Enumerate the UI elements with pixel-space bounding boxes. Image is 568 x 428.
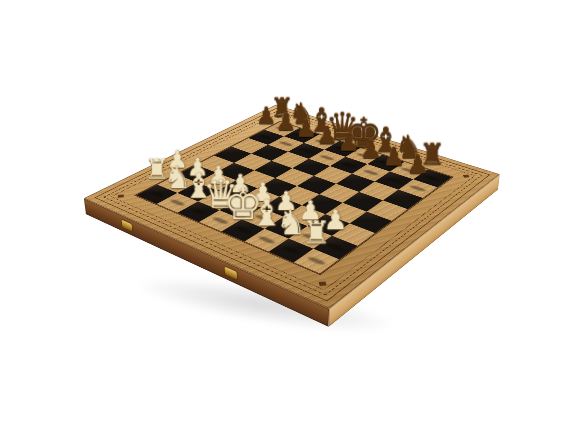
piece-white-rook[interactable]: ♜ bbox=[289, 205, 344, 260]
brass-clasp-icon[interactable] bbox=[224, 266, 236, 279]
chess-box: ♜♞♝♛♚♝♞♜♟♟♟♟♟♟♟♟♟♟♟♟♟♟♟♟♜♞♝♛♚♝♞♜ bbox=[84, 105, 500, 309]
board-top-surface: ♜♞♝♛♚♝♞♜♟♟♟♟♟♟♟♟♟♟♟♟♟♟♟♟♜♞♝♛♚♝♞♜ bbox=[84, 105, 500, 309]
product-photo-page: { "game": { "name": "chess", "scene": "w… bbox=[0, 0, 568, 428]
piece-black-pawn[interactable]: ♟ bbox=[394, 140, 442, 188]
photo-scene: ♜♞♝♛♚♝♞♜♟♟♟♟♟♟♟♟♟♟♟♟♟♟♟♟♜♞♝♛♚♝♞♜ bbox=[0, 0, 568, 428]
pieces-layer: ♜♞♝♛♚♝♞♜♟♟♟♟♟♟♟♟♟♟♟♟♟♟♟♟♜♞♝♛♚♝♞♜ bbox=[84, 105, 500, 309]
brass-clasp-icon[interactable] bbox=[122, 220, 133, 232]
